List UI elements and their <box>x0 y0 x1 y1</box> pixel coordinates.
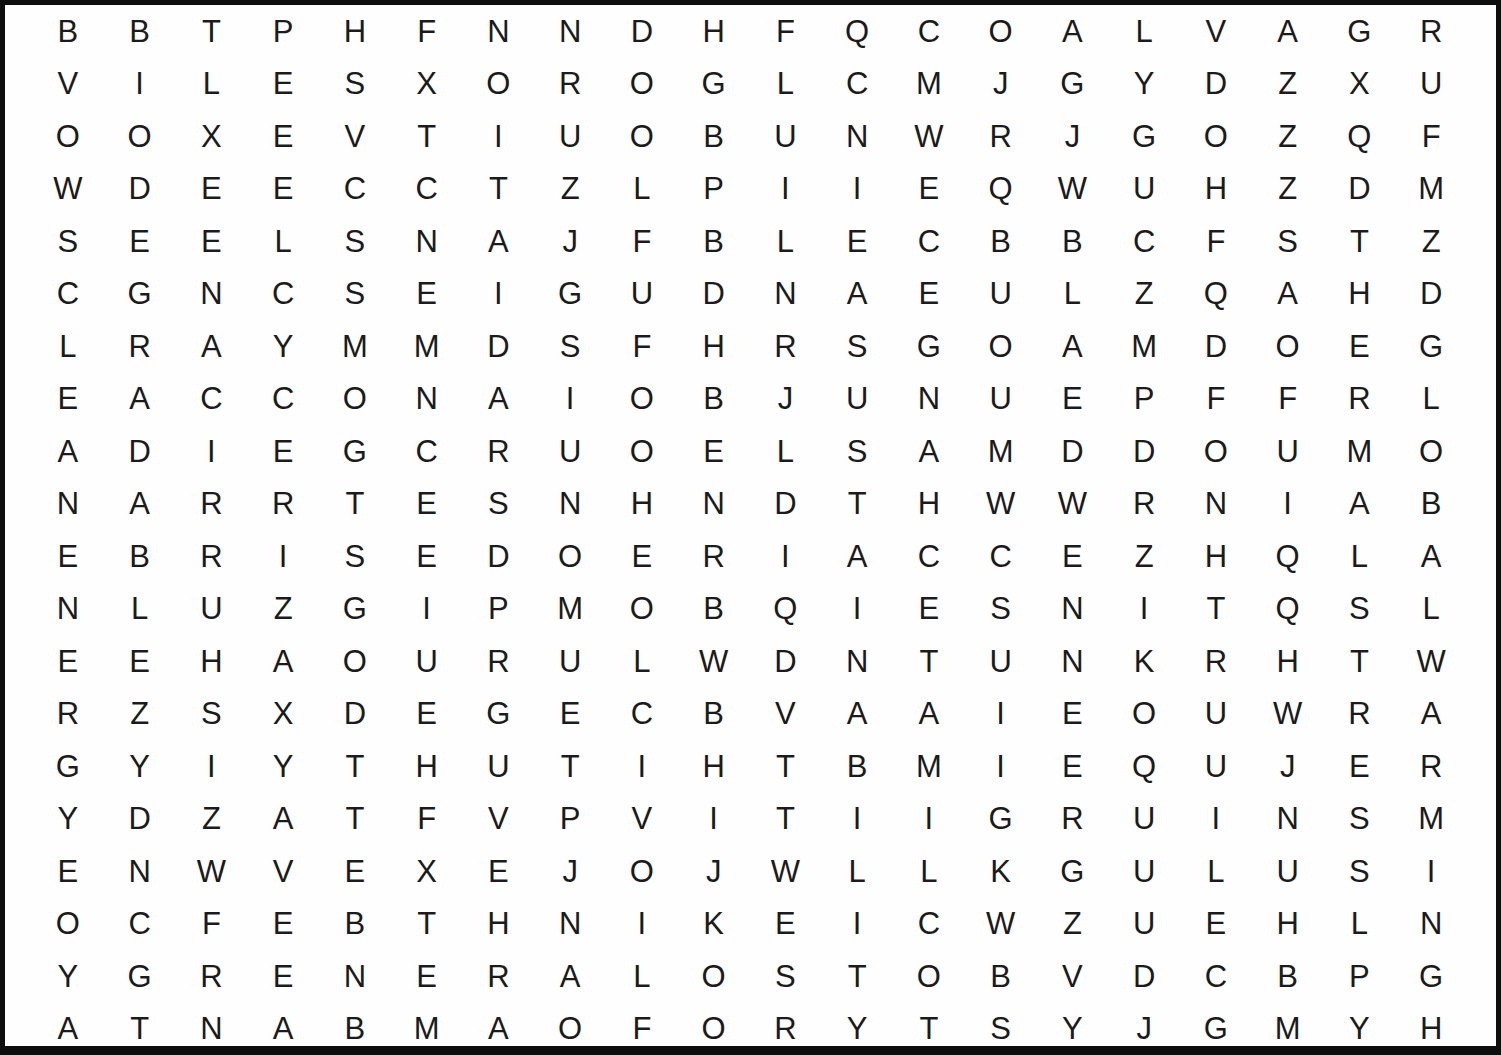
grid-cell-r16c4[interactable]: A <box>247 793 319 846</box>
grid-cell-r7c3[interactable]: A <box>176 320 248 373</box>
grid-cell-r18c10[interactable]: K <box>678 898 750 951</box>
grid-cell-r2c5[interactable]: S <box>319 58 391 111</box>
grid-cell-r6c1[interactable]: C <box>32 268 104 321</box>
grid-cell-r7c5[interactable]: M <box>319 320 391 373</box>
grid-cell-r5c20[interactable]: Z <box>1395 215 1467 268</box>
grid-cell-r4c2[interactable]: D <box>104 163 176 216</box>
grid-cell-r6c11[interactable]: N <box>750 268 822 321</box>
grid-cell-r20c18[interactable]: M <box>1252 1003 1324 1055</box>
grid-cell-r18c6[interactable]: T <box>391 898 463 951</box>
grid-cell-r17c18[interactable]: U <box>1252 845 1324 898</box>
grid-cell-r18c18[interactable]: H <box>1252 898 1324 951</box>
grid-cell-r9c6[interactable]: C <box>391 425 463 478</box>
grid-cell-r5c15[interactable]: B <box>1037 215 1109 268</box>
grid-cell-r12c9[interactable]: O <box>606 583 678 636</box>
grid-cell-r8c11[interactable]: J <box>750 373 822 426</box>
grid-cell-r8c17[interactable]: F <box>1180 373 1252 426</box>
grid-cell-r12c2[interactable]: L <box>104 583 176 636</box>
grid-cell-r11c7[interactable]: D <box>463 530 535 583</box>
grid-cell-r19c1[interactable]: Y <box>32 950 104 1003</box>
grid-cell-r7c1[interactable]: L <box>32 320 104 373</box>
grid-cell-r11c3[interactable]: R <box>176 530 248 583</box>
grid-cell-r6c13[interactable]: E <box>893 268 965 321</box>
grid-cell-r10c9[interactable]: H <box>606 478 678 531</box>
grid-cell-r14c14[interactable]: I <box>965 688 1037 741</box>
grid-cell-r6c17[interactable]: Q <box>1180 268 1252 321</box>
grid-cell-r9c15[interactable]: D <box>1037 425 1109 478</box>
grid-cell-r13c6[interactable]: U <box>391 635 463 688</box>
grid-cell-r8c14[interactable]: U <box>965 373 1037 426</box>
grid-cell-r5c19[interactable]: T <box>1324 215 1396 268</box>
grid-cell-r16c2[interactable]: D <box>104 793 176 846</box>
grid-cell-r14c5[interactable]: D <box>319 688 391 741</box>
grid-cell-r14c6[interactable]: E <box>391 688 463 741</box>
grid-cell-r8c16[interactable]: P <box>1108 373 1180 426</box>
grid-cell-r2c17[interactable]: D <box>1180 58 1252 111</box>
grid-cell-r6c5[interactable]: S <box>319 268 391 321</box>
grid-cell-r5c16[interactable]: C <box>1108 215 1180 268</box>
grid-cell-r3c14[interactable]: R <box>965 110 1037 163</box>
grid-cell-r6c8[interactable]: G <box>534 268 606 321</box>
grid-cell-r20c2[interactable]: T <box>104 1003 176 1055</box>
grid-cell-r15c20[interactable]: R <box>1395 740 1467 793</box>
grid-cell-r16c7[interactable]: V <box>463 793 535 846</box>
grid-cell-r17c14[interactable]: K <box>965 845 1037 898</box>
grid-cell-r17c12[interactable]: L <box>821 845 893 898</box>
grid-cell-r1c8[interactable]: N <box>534 5 606 58</box>
grid-cell-r18c15[interactable]: Z <box>1037 898 1109 951</box>
grid-cell-r13c8[interactable]: U <box>534 635 606 688</box>
grid-cell-r3c19[interactable]: Q <box>1324 110 1396 163</box>
grid-cell-r11c8[interactable]: O <box>534 530 606 583</box>
grid-cell-r15c11[interactable]: T <box>750 740 822 793</box>
grid-cell-r7c12[interactable]: S <box>821 320 893 373</box>
grid-cell-r5c3[interactable]: E <box>176 215 248 268</box>
grid-cell-r2c2[interactable]: I <box>104 58 176 111</box>
grid-cell-r13c7[interactable]: R <box>463 635 535 688</box>
grid-cell-r7c19[interactable]: E <box>1324 320 1396 373</box>
grid-cell-r9c19[interactable]: M <box>1324 425 1396 478</box>
grid-cell-r11c16[interactable]: Z <box>1108 530 1180 583</box>
grid-cell-r9c1[interactable]: A <box>32 425 104 478</box>
grid-cell-r8c4[interactable]: C <box>247 373 319 426</box>
grid-cell-r17c5[interactable]: E <box>319 845 391 898</box>
grid-cell-r13c9[interactable]: L <box>606 635 678 688</box>
grid-cell-r19c2[interactable]: G <box>104 950 176 1003</box>
grid-cell-r11c10[interactable]: R <box>678 530 750 583</box>
grid-cell-r3c8[interactable]: U <box>534 110 606 163</box>
grid-cell-r19c11[interactable]: S <box>750 950 822 1003</box>
grid-cell-r12c20[interactable]: L <box>1395 583 1467 636</box>
grid-cell-r10c1[interactable]: N <box>32 478 104 531</box>
grid-cell-r12c13[interactable]: E <box>893 583 965 636</box>
grid-cell-r14c18[interactable]: W <box>1252 688 1324 741</box>
grid-cell-r3c12[interactable]: N <box>821 110 893 163</box>
grid-cell-r12c3[interactable]: U <box>176 583 248 636</box>
grid-cell-r7c14[interactable]: O <box>965 320 1037 373</box>
grid-cell-r12c10[interactable]: B <box>678 583 750 636</box>
grid-cell-r15c4[interactable]: Y <box>247 740 319 793</box>
grid-cell-r19c12[interactable]: T <box>821 950 893 1003</box>
grid-cell-r7c7[interactable]: D <box>463 320 535 373</box>
grid-cell-r1c11[interactable]: F <box>750 5 822 58</box>
grid-cell-r5c12[interactable]: E <box>821 215 893 268</box>
grid-cell-r7c8[interactable]: S <box>534 320 606 373</box>
grid-cell-r13c15[interactable]: N <box>1037 635 1109 688</box>
grid-cell-r14c7[interactable]: G <box>463 688 535 741</box>
grid-cell-r15c15[interactable]: E <box>1037 740 1109 793</box>
grid-cell-r6c10[interactable]: D <box>678 268 750 321</box>
grid-cell-r15c2[interactable]: Y <box>104 740 176 793</box>
grid-cell-r1c20[interactable]: R <box>1395 5 1467 58</box>
grid-cell-r7c4[interactable]: Y <box>247 320 319 373</box>
grid-cell-r9c16[interactable]: D <box>1108 425 1180 478</box>
grid-cell-r19c9[interactable]: L <box>606 950 678 1003</box>
grid-cell-r11c4[interactable]: I <box>247 530 319 583</box>
grid-cell-r9c20[interactable]: O <box>1395 425 1467 478</box>
grid-cell-r15c1[interactable]: G <box>32 740 104 793</box>
grid-cell-r7c15[interactable]: A <box>1037 320 1109 373</box>
grid-cell-r15c18[interactable]: J <box>1252 740 1324 793</box>
grid-cell-r13c11[interactable]: D <box>750 635 822 688</box>
grid-cell-r17c10[interactable]: J <box>678 845 750 898</box>
grid-cell-r6c2[interactable]: G <box>104 268 176 321</box>
grid-cell-r2c1[interactable]: V <box>32 58 104 111</box>
grid-cell-r5c18[interactable]: S <box>1252 215 1324 268</box>
grid-cell-r5c11[interactable]: L <box>750 215 822 268</box>
grid-cell-r13c14[interactable]: U <box>965 635 1037 688</box>
grid-cell-r7c18[interactable]: O <box>1252 320 1324 373</box>
grid-cell-r4c8[interactable]: Z <box>534 163 606 216</box>
grid-cell-r19c8[interactable]: A <box>534 950 606 1003</box>
grid-cell-r18c7[interactable]: H <box>463 898 535 951</box>
grid-cell-r3c13[interactable]: W <box>893 110 965 163</box>
grid-cell-r11c18[interactable]: Q <box>1252 530 1324 583</box>
grid-cell-r3c10[interactable]: B <box>678 110 750 163</box>
grid-cell-r11c9[interactable]: E <box>606 530 678 583</box>
grid-cell-r2c8[interactable]: R <box>534 58 606 111</box>
grid-cell-r1c14[interactable]: O <box>965 5 1037 58</box>
grid-cell-r8c1[interactable]: E <box>32 373 104 426</box>
grid-cell-r13c2[interactable]: E <box>104 635 176 688</box>
grid-cell-r6c9[interactable]: U <box>606 268 678 321</box>
grid-cell-r16c20[interactable]: M <box>1395 793 1467 846</box>
grid-cell-r10c5[interactable]: T <box>319 478 391 531</box>
grid-cell-r8c3[interactable]: C <box>176 373 248 426</box>
grid-cell-r4c6[interactable]: C <box>391 163 463 216</box>
grid-cell-r14c10[interactable]: B <box>678 688 750 741</box>
grid-cell-r20c8[interactable]: O <box>534 1003 606 1055</box>
grid-cell-r2c3[interactable]: L <box>176 58 248 111</box>
grid-cell-r4c15[interactable]: W <box>1037 163 1109 216</box>
grid-cell-r17c13[interactable]: L <box>893 845 965 898</box>
grid-cell-r14c3[interactable]: S <box>176 688 248 741</box>
grid-cell-r6c20[interactable]: D <box>1395 268 1467 321</box>
grid-cell-r14c2[interactable]: Z <box>104 688 176 741</box>
grid-cell-r20c19[interactable]: Y <box>1324 1003 1396 1055</box>
grid-cell-r15c9[interactable]: I <box>606 740 678 793</box>
grid-cell-r12c17[interactable]: T <box>1180 583 1252 636</box>
grid-cell-r1c10[interactable]: H <box>678 5 750 58</box>
grid-cell-r4c4[interactable]: E <box>247 163 319 216</box>
grid-cell-r7c10[interactable]: H <box>678 320 750 373</box>
grid-cell-r9c10[interactable]: E <box>678 425 750 478</box>
grid-cell-r9c4[interactable]: E <box>247 425 319 478</box>
grid-cell-r20c1[interactable]: A <box>32 1003 104 1055</box>
grid-cell-r16c9[interactable]: V <box>606 793 678 846</box>
grid-cell-r18c16[interactable]: U <box>1108 898 1180 951</box>
grid-cell-r18c17[interactable]: E <box>1180 898 1252 951</box>
grid-cell-r4c12[interactable]: I <box>821 163 893 216</box>
grid-cell-r4c7[interactable]: T <box>463 163 535 216</box>
grid-cell-r6c15[interactable]: L <box>1037 268 1109 321</box>
grid-cell-r17c9[interactable]: O <box>606 845 678 898</box>
grid-cell-r10c12[interactable]: T <box>821 478 893 531</box>
grid-cell-r14c20[interactable]: A <box>1395 688 1467 741</box>
grid-cell-r1c16[interactable]: L <box>1108 5 1180 58</box>
grid-cell-r20c16[interactable]: J <box>1108 1003 1180 1055</box>
grid-cell-r1c17[interactable]: V <box>1180 5 1252 58</box>
grid-cell-r15c17[interactable]: U <box>1180 740 1252 793</box>
grid-cell-r9c9[interactable]: O <box>606 425 678 478</box>
grid-cell-r11c15[interactable]: E <box>1037 530 1109 583</box>
grid-cell-r9c17[interactable]: O <box>1180 425 1252 478</box>
grid-cell-r15c6[interactable]: H <box>391 740 463 793</box>
grid-cell-r11c5[interactable]: S <box>319 530 391 583</box>
grid-cell-r18c13[interactable]: C <box>893 898 965 951</box>
grid-cell-r7c16[interactable]: M <box>1108 320 1180 373</box>
grid-cell-r11c20[interactable]: A <box>1395 530 1467 583</box>
grid-cell-r17c16[interactable]: U <box>1108 845 1180 898</box>
grid-cell-r6c19[interactable]: H <box>1324 268 1396 321</box>
grid-cell-r16c1[interactable]: Y <box>32 793 104 846</box>
grid-cell-r20c12[interactable]: Y <box>821 1003 893 1055</box>
grid-cell-r18c1[interactable]: O <box>32 898 104 951</box>
grid-cell-r11c2[interactable]: B <box>104 530 176 583</box>
grid-cell-r3c1[interactable]: O <box>32 110 104 163</box>
grid-cell-r9c11[interactable]: L <box>750 425 822 478</box>
grid-cell-r19c16[interactable]: D <box>1108 950 1180 1003</box>
grid-cell-r4c10[interactable]: P <box>678 163 750 216</box>
grid-cell-r9c13[interactable]: A <box>893 425 965 478</box>
grid-cell-r3c6[interactable]: T <box>391 110 463 163</box>
grid-cell-r6c18[interactable]: A <box>1252 268 1324 321</box>
grid-cell-r11c11[interactable]: I <box>750 530 822 583</box>
grid-cell-r19c3[interactable]: R <box>176 950 248 1003</box>
grid-cell-r18c14[interactable]: W <box>965 898 1037 951</box>
grid-cell-r8c8[interactable]: I <box>534 373 606 426</box>
grid-cell-r6c16[interactable]: Z <box>1108 268 1180 321</box>
grid-cell-r20c9[interactable]: F <box>606 1003 678 1055</box>
grid-cell-r18c4[interactable]: E <box>247 898 319 951</box>
grid-cell-r3c16[interactable]: G <box>1108 110 1180 163</box>
grid-cell-r7c13[interactable]: G <box>893 320 965 373</box>
grid-cell-r3c3[interactable]: X <box>176 110 248 163</box>
grid-cell-r5c13[interactable]: C <box>893 215 965 268</box>
grid-cell-r11c1[interactable]: E <box>32 530 104 583</box>
grid-cell-r1c19[interactable]: G <box>1324 5 1396 58</box>
grid-cell-r13c1[interactable]: E <box>32 635 104 688</box>
grid-cell-r11c14[interactable]: C <box>965 530 1037 583</box>
grid-cell-r12c4[interactable]: Z <box>247 583 319 636</box>
grid-cell-r9c18[interactable]: U <box>1252 425 1324 478</box>
grid-cell-r2c11[interactable]: L <box>750 58 822 111</box>
grid-cell-r14c17[interactable]: U <box>1180 688 1252 741</box>
grid-cell-r17c1[interactable]: E <box>32 845 104 898</box>
grid-cell-r5c14[interactable]: B <box>965 215 1037 268</box>
grid-cell-r13c16[interactable]: K <box>1108 635 1180 688</box>
grid-cell-r18c19[interactable]: L <box>1324 898 1396 951</box>
grid-cell-r12c8[interactable]: M <box>534 583 606 636</box>
grid-cell-r13c10[interactable]: W <box>678 635 750 688</box>
grid-cell-r8c19[interactable]: R <box>1324 373 1396 426</box>
grid-cell-r3c17[interactable]: O <box>1180 110 1252 163</box>
grid-cell-r2c20[interactable]: U <box>1395 58 1467 111</box>
grid-cell-r20c10[interactable]: O <box>678 1003 750 1055</box>
grid-cell-r3c20[interactable]: F <box>1395 110 1467 163</box>
grid-cell-r15c10[interactable]: H <box>678 740 750 793</box>
grid-cell-r17c2[interactable]: N <box>104 845 176 898</box>
grid-cell-r17c15[interactable]: G <box>1037 845 1109 898</box>
grid-cell-r15c13[interactable]: M <box>893 740 965 793</box>
grid-cell-r1c7[interactable]: N <box>463 5 535 58</box>
grid-cell-r16c19[interactable]: S <box>1324 793 1396 846</box>
grid-cell-r3c7[interactable]: I <box>463 110 535 163</box>
grid-cell-r10c8[interactable]: N <box>534 478 606 531</box>
grid-cell-r16c18[interactable]: N <box>1252 793 1324 846</box>
grid-cell-r1c2[interactable]: B <box>104 5 176 58</box>
grid-cell-r1c13[interactable]: C <box>893 5 965 58</box>
grid-cell-r14c8[interactable]: E <box>534 688 606 741</box>
grid-cell-r4c16[interactable]: U <box>1108 163 1180 216</box>
grid-cell-r13c19[interactable]: T <box>1324 635 1396 688</box>
grid-cell-r7c17[interactable]: D <box>1180 320 1252 373</box>
grid-cell-r1c6[interactable]: F <box>391 5 463 58</box>
grid-cell-r2c13[interactable]: M <box>893 58 965 111</box>
grid-cell-r4c11[interactable]: I <box>750 163 822 216</box>
grid-cell-r10c2[interactable]: A <box>104 478 176 531</box>
grid-cell-r10c13[interactable]: H <box>893 478 965 531</box>
grid-cell-r13c5[interactable]: O <box>319 635 391 688</box>
grid-cell-r3c15[interactable]: J <box>1037 110 1109 163</box>
grid-cell-r10c3[interactable]: R <box>176 478 248 531</box>
grid-cell-r18c3[interactable]: F <box>176 898 248 951</box>
grid-cell-r14c9[interactable]: C <box>606 688 678 741</box>
grid-cell-r8c13[interactable]: N <box>893 373 965 426</box>
grid-cell-r14c1[interactable]: R <box>32 688 104 741</box>
grid-cell-r9c14[interactable]: M <box>965 425 1037 478</box>
grid-cell-r4c17[interactable]: H <box>1180 163 1252 216</box>
grid-cell-r17c3[interactable]: W <box>176 845 248 898</box>
grid-cell-r19c10[interactable]: O <box>678 950 750 1003</box>
grid-cell-r5c17[interactable]: F <box>1180 215 1252 268</box>
grid-cell-r18c11[interactable]: E <box>750 898 822 951</box>
grid-cell-r6c6[interactable]: E <box>391 268 463 321</box>
grid-cell-r3c2[interactable]: O <box>104 110 176 163</box>
grid-cell-r19c5[interactable]: N <box>319 950 391 1003</box>
grid-cell-r20c6[interactable]: M <box>391 1003 463 1055</box>
grid-cell-r15c19[interactable]: E <box>1324 740 1396 793</box>
grid-cell-r17c20[interactable]: I <box>1395 845 1467 898</box>
grid-cell-r14c13[interactable]: A <box>893 688 965 741</box>
grid-cell-r11c17[interactable]: H <box>1180 530 1252 583</box>
grid-cell-r11c6[interactable]: E <box>391 530 463 583</box>
grid-cell-r19c7[interactable]: R <box>463 950 535 1003</box>
grid-cell-r12c15[interactable]: N <box>1037 583 1109 636</box>
grid-cell-r5c10[interactable]: B <box>678 215 750 268</box>
grid-cell-r14c19[interactable]: R <box>1324 688 1396 741</box>
grid-cell-r2c9[interactable]: O <box>606 58 678 111</box>
grid-cell-r5c9[interactable]: F <box>606 215 678 268</box>
grid-cell-r1c15[interactable]: A <box>1037 5 1109 58</box>
grid-cell-r4c20[interactable]: M <box>1395 163 1467 216</box>
grid-cell-r16c17[interactable]: I <box>1180 793 1252 846</box>
grid-cell-r20c14[interactable]: S <box>965 1003 1037 1055</box>
grid-cell-r20c3[interactable]: N <box>176 1003 248 1055</box>
grid-cell-r11c13[interactable]: C <box>893 530 965 583</box>
grid-cell-r14c16[interactable]: O <box>1108 688 1180 741</box>
grid-cell-r17c17[interactable]: L <box>1180 845 1252 898</box>
grid-cell-r20c4[interactable]: A <box>247 1003 319 1055</box>
grid-cell-r2c15[interactable]: G <box>1037 58 1109 111</box>
grid-cell-r1c3[interactable]: T <box>176 5 248 58</box>
grid-cell-r5c7[interactable]: A <box>463 215 535 268</box>
grid-cell-r7c20[interactable]: G <box>1395 320 1467 373</box>
grid-cell-r4c9[interactable]: L <box>606 163 678 216</box>
grid-cell-r10c4[interactable]: R <box>247 478 319 531</box>
grid-cell-r16c5[interactable]: T <box>319 793 391 846</box>
grid-cell-r16c3[interactable]: Z <box>176 793 248 846</box>
grid-cell-r3c4[interactable]: E <box>247 110 319 163</box>
grid-cell-r8c7[interactable]: A <box>463 373 535 426</box>
grid-cell-r10c16[interactable]: R <box>1108 478 1180 531</box>
grid-cell-r9c3[interactable]: I <box>176 425 248 478</box>
grid-cell-r19c18[interactable]: B <box>1252 950 1324 1003</box>
grid-cell-r13c17[interactable]: R <box>1180 635 1252 688</box>
grid-cell-r4c1[interactable]: W <box>32 163 104 216</box>
grid-cell-r12c14[interactable]: S <box>965 583 1037 636</box>
grid-cell-r4c13[interactable]: E <box>893 163 965 216</box>
grid-cell-r19c14[interactable]: B <box>965 950 1037 1003</box>
grid-cell-r20c5[interactable]: B <box>319 1003 391 1055</box>
grid-cell-r9c12[interactable]: S <box>821 425 893 478</box>
grid-cell-r14c12[interactable]: A <box>821 688 893 741</box>
grid-cell-r6c12[interactable]: A <box>821 268 893 321</box>
grid-cell-r4c5[interactable]: C <box>319 163 391 216</box>
grid-cell-r2c10[interactable]: G <box>678 58 750 111</box>
grid-cell-r8c9[interactable]: O <box>606 373 678 426</box>
grid-cell-r17c4[interactable]: V <box>247 845 319 898</box>
grid-cell-r16c14[interactable]: G <box>965 793 1037 846</box>
grid-cell-r20c20[interactable]: H <box>1395 1003 1467 1055</box>
grid-cell-r12c6[interactable]: I <box>391 583 463 636</box>
grid-cell-r13c18[interactable]: H <box>1252 635 1324 688</box>
grid-cell-r6c7[interactable]: I <box>463 268 535 321</box>
grid-cell-r8c6[interactable]: N <box>391 373 463 426</box>
grid-cell-r3c5[interactable]: V <box>319 110 391 163</box>
grid-cell-r5c8[interactable]: J <box>534 215 606 268</box>
grid-cell-r6c14[interactable]: U <box>965 268 1037 321</box>
grid-cell-r4c3[interactable]: E <box>176 163 248 216</box>
grid-cell-r10c18[interactable]: I <box>1252 478 1324 531</box>
grid-cell-r16c10[interactable]: I <box>678 793 750 846</box>
grid-cell-r5c1[interactable]: S <box>32 215 104 268</box>
grid-cell-r14c4[interactable]: X <box>247 688 319 741</box>
grid-cell-r8c2[interactable]: A <box>104 373 176 426</box>
grid-cell-r8c18[interactable]: F <box>1252 373 1324 426</box>
grid-cell-r16c15[interactable]: R <box>1037 793 1109 846</box>
grid-cell-r17c6[interactable]: X <box>391 845 463 898</box>
